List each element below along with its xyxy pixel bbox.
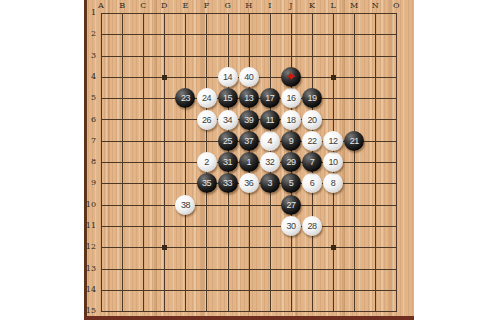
- move-number: 39: [244, 110, 253, 130]
- star-point: [331, 75, 336, 80]
- board-cell[interactable]: [312, 269, 333, 290]
- column-label: G: [218, 0, 238, 11]
- board-cell[interactable]: [270, 13, 291, 34]
- column-label: B: [112, 0, 132, 11]
- board-cell[interactable]: [101, 205, 122, 226]
- board-cell[interactable]: [206, 290, 227, 311]
- move-number: 1: [246, 152, 251, 172]
- stone-black-35[interactable]: 35: [197, 173, 217, 193]
- stone-white-2[interactable]: 2: [197, 152, 217, 172]
- stone-white-20[interactable]: 20: [302, 110, 322, 130]
- column-label: K: [302, 0, 322, 11]
- column-label: O: [386, 0, 406, 11]
- stone-black-29[interactable]: 29: [281, 152, 301, 172]
- move-number: 36: [244, 173, 253, 193]
- move-number: 29: [286, 152, 295, 172]
- board-cell[interactable]: [143, 141, 164, 162]
- row-label: 3: [85, 51, 96, 61]
- board-cell[interactable]: [143, 205, 164, 226]
- stone-black-31[interactable]: 31: [218, 152, 238, 172]
- goban: ABCDEFGHIJKLMNO 123456789101112131415 12…: [84, 0, 414, 320]
- board-cell[interactable]: [249, 226, 270, 247]
- column-label: I: [260, 0, 280, 11]
- board-cell[interactable]: [185, 56, 206, 77]
- board-cell[interactable]: [143, 226, 164, 247]
- board-cell[interactable]: [312, 290, 333, 311]
- board-cell[interactable]: [122, 162, 143, 183]
- board-cell[interactable]: [101, 13, 122, 34]
- move-number: 24: [202, 88, 211, 108]
- move-number: 20: [307, 110, 316, 130]
- move-number: 22: [307, 131, 316, 151]
- stone-white-30[interactable]: 30: [281, 216, 301, 236]
- stone-white-26[interactable]: 26: [197, 110, 217, 130]
- stone-white-40[interactable]: 40: [239, 67, 259, 87]
- move-number: 9: [289, 131, 294, 151]
- move-number: 11: [266, 110, 274, 130]
- board-cell[interactable]: [375, 247, 396, 268]
- stone-black-1[interactable]: 1: [239, 152, 259, 172]
- star-point: [162, 245, 167, 250]
- star-point: [162, 75, 167, 80]
- stone-black-25[interactable]: 25: [218, 131, 238, 151]
- board-cell[interactable]: [333, 226, 354, 247]
- board-cell[interactable]: [164, 34, 185, 55]
- board-cell[interactable]: [249, 34, 270, 55]
- board-cell[interactable]: [228, 269, 249, 290]
- board-cell[interactable]: [375, 205, 396, 226]
- row-label: 5: [85, 93, 96, 103]
- board-cell[interactable]: [333, 98, 354, 119]
- board-cell[interactable]: [375, 56, 396, 77]
- row-label: 13: [85, 264, 96, 274]
- board-cell[interactable]: [164, 56, 185, 77]
- board-cell[interactable]: [333, 247, 354, 268]
- board-cell[interactable]: [375, 162, 396, 183]
- board-cell[interactable]: [143, 269, 164, 290]
- board-cell[interactable]: [101, 98, 122, 119]
- column-label: N: [365, 0, 385, 11]
- column-label: J: [281, 0, 301, 11]
- board-cell[interactable]: [164, 13, 185, 34]
- board-cell[interactable]: [249, 247, 270, 268]
- board-cell[interactable]: [143, 290, 164, 311]
- stone-white-34[interactable]: 34: [218, 110, 238, 130]
- move-number: 38: [181, 195, 190, 215]
- board-cell[interactable]: [375, 226, 396, 247]
- move-number: 32: [265, 152, 274, 172]
- column-label: H: [239, 0, 259, 11]
- move-number: 3: [268, 173, 273, 193]
- column-label: E: [175, 0, 195, 11]
- board-cell[interactable]: [185, 226, 206, 247]
- move-number: 27: [286, 195, 295, 215]
- move-number: 30: [286, 216, 295, 236]
- move-number: 12: [329, 131, 338, 151]
- board-cell[interactable]: [354, 226, 375, 247]
- board-cell[interactable]: [354, 269, 375, 290]
- board-cell[interactable]: [249, 205, 270, 226]
- board-cell[interactable]: [185, 247, 206, 268]
- move-number: 31: [223, 152, 232, 172]
- board-cell[interactable]: [143, 183, 164, 204]
- stone-white-4[interactable]: 4: [260, 131, 280, 151]
- board-cell[interactable]: [122, 34, 143, 55]
- board-cell[interactable]: [270, 269, 291, 290]
- board-cell[interactable]: [312, 247, 333, 268]
- board-cell[interactable]: [122, 247, 143, 268]
- board-cell[interactable]: [185, 269, 206, 290]
- board-cell[interactable]: [375, 141, 396, 162]
- board-cell[interactable]: [312, 56, 333, 77]
- row-label: 14: [85, 285, 96, 295]
- board-cell[interactable]: [206, 13, 227, 34]
- move-number: 15: [223, 88, 232, 108]
- move-number: 10: [329, 152, 338, 172]
- board-cell[interactable]: [354, 183, 375, 204]
- board-cell[interactable]: [206, 247, 227, 268]
- board-cell[interactable]: [101, 226, 122, 247]
- board-cell[interactable]: [375, 13, 396, 34]
- board-cell[interactable]: [354, 34, 375, 55]
- move-number: 6: [310, 173, 315, 193]
- stone-black-37[interactable]: 37: [239, 131, 259, 151]
- board-cell[interactable]: [375, 290, 396, 311]
- board-cell[interactable]: [375, 183, 396, 204]
- board-cell[interactable]: [375, 98, 396, 119]
- row-label: 8: [85, 157, 96, 167]
- stone-white-36[interactable]: 36: [239, 173, 259, 193]
- board-cell[interactable]: [333, 205, 354, 226]
- column-label: L: [323, 0, 343, 11]
- move-number: 25: [223, 131, 232, 151]
- stone-black-17[interactable]: 17: [260, 88, 280, 108]
- stone-white-16[interactable]: 16: [281, 88, 301, 108]
- board-cell[interactable]: [122, 98, 143, 119]
- gomoku-app: ABCDEFGHIJKLMNO 123456789101112131415 12…: [0, 0, 480, 320]
- stone-black-33[interactable]: 33: [218, 173, 238, 193]
- board-cell[interactable]: [164, 162, 185, 183]
- board-cell[interactable]: [354, 77, 375, 98]
- board-cell[interactable]: [312, 13, 333, 34]
- board-cell[interactable]: [228, 290, 249, 311]
- board-cell[interactable]: [291, 269, 312, 290]
- board-cell[interactable]: [101, 141, 122, 162]
- board-cell[interactable]: [122, 269, 143, 290]
- move-number: 23: [181, 88, 190, 108]
- board-cell[interactable]: [333, 77, 354, 98]
- board-cell[interactable]: [185, 34, 206, 55]
- move-number: 4: [268, 131, 273, 151]
- board-cell[interactable]: [143, 56, 164, 77]
- board-cell[interactable]: [228, 247, 249, 268]
- board-cell[interactable]: [122, 77, 143, 98]
- last-move-marker-icon: ✦: [285, 67, 296, 87]
- row-label: 11: [85, 221, 96, 231]
- board-cell[interactable]: [143, 162, 164, 183]
- board-cell[interactable]: [206, 269, 227, 290]
- board-cell[interactable]: [354, 13, 375, 34]
- stone-black-21[interactable]: 21: [344, 131, 364, 151]
- move-number: 8: [331, 173, 336, 193]
- board-cell[interactable]: [122, 290, 143, 311]
- stone-white-32[interactable]: 32: [260, 152, 280, 172]
- move-number: 13: [244, 88, 253, 108]
- board-bottom-edge: [84, 316, 414, 320]
- board-cell[interactable]: [228, 205, 249, 226]
- board-cell[interactable]: [122, 141, 143, 162]
- board-cell[interactable]: [101, 247, 122, 268]
- row-label: 1: [85, 8, 96, 18]
- board-cell[interactable]: [354, 56, 375, 77]
- move-number: 35: [202, 173, 211, 193]
- board-cell[interactable]: [122, 205, 143, 226]
- stone-black-15[interactable]: 15: [218, 88, 238, 108]
- board-cell[interactable]: [291, 290, 312, 311]
- board-cell[interactable]: [101, 56, 122, 77]
- stone-white-38[interactable]: 38: [175, 195, 195, 215]
- column-label: C: [133, 0, 153, 11]
- board-cell[interactable]: [143, 77, 164, 98]
- board-cell[interactable]: [354, 162, 375, 183]
- board-cell[interactable]: [101, 34, 122, 55]
- board-cell[interactable]: [228, 34, 249, 55]
- board-cell[interactable]: [164, 247, 185, 268]
- stone-white-14[interactable]: 14: [218, 67, 238, 87]
- board-cell[interactable]: [228, 226, 249, 247]
- board-cell[interactable]: [143, 119, 164, 140]
- row-label: 6: [85, 115, 96, 125]
- move-number: 18: [286, 110, 295, 130]
- board-cell[interactable]: [185, 290, 206, 311]
- board-cell[interactable]: [354, 98, 375, 119]
- board-cell[interactable]: [333, 269, 354, 290]
- row-label: 9: [85, 178, 96, 188]
- board-cell[interactable]: [143, 98, 164, 119]
- column-label: M: [344, 0, 364, 11]
- row-label: 12: [85, 242, 96, 252]
- star-point: [331, 245, 336, 250]
- move-number: 26: [202, 110, 211, 130]
- board-cell[interactable]: [101, 162, 122, 183]
- board-cell[interactable]: [101, 183, 122, 204]
- board-cell[interactable]: [143, 13, 164, 34]
- stone-white-28[interactable]: 28: [302, 216, 322, 236]
- stone-black-11[interactable]: 11: [260, 110, 280, 130]
- stone-black-7[interactable]: 7: [302, 152, 322, 172]
- board-cell[interactable]: [333, 34, 354, 55]
- board-cell[interactable]: [249, 269, 270, 290]
- board-cell[interactable]: [164, 119, 185, 140]
- move-number: 19: [307, 88, 316, 108]
- stone-white-22[interactable]: 22: [302, 131, 322, 151]
- board-cell[interactable]: [312, 34, 333, 55]
- row-label: 2: [85, 29, 96, 39]
- stone-black-13[interactable]: 13: [239, 88, 259, 108]
- board-cell[interactable]: [354, 205, 375, 226]
- board-cell[interactable]: [375, 119, 396, 140]
- move-number: 37: [244, 131, 253, 151]
- row-label: 4: [85, 72, 96, 82]
- move-number: 14: [223, 67, 232, 87]
- row-label: 7: [85, 136, 96, 146]
- move-number: 7: [310, 152, 315, 172]
- move-number: 40: [244, 67, 253, 87]
- move-number: 17: [265, 88, 274, 108]
- move-number: 2: [204, 152, 209, 172]
- board-cell[interactable]: [206, 226, 227, 247]
- board-cell[interactable]: [270, 247, 291, 268]
- stone-white-24[interactable]: 24: [197, 88, 217, 108]
- board-cell[interactable]: [164, 269, 185, 290]
- stone-black-27[interactable]: 27: [281, 195, 301, 215]
- board-cell[interactable]: [291, 13, 312, 34]
- move-number: 5: [289, 173, 294, 193]
- stone-black-9[interactable]: 9: [281, 131, 301, 151]
- board-cell[interactable]: [206, 205, 227, 226]
- stone-black-39[interactable]: 39: [239, 110, 259, 130]
- board-cell[interactable]: [164, 141, 185, 162]
- move-number: 33: [223, 173, 232, 193]
- board-cell[interactable]: [333, 56, 354, 77]
- board-cell[interactable]: [122, 226, 143, 247]
- board-cell[interactable]: [249, 290, 270, 311]
- board-cell[interactable]: [122, 13, 143, 34]
- board-cell[interactable]: [164, 226, 185, 247]
- move-number: 16: [286, 88, 295, 108]
- board-cell[interactable]: [101, 269, 122, 290]
- stone-white-12[interactable]: 12: [323, 131, 343, 151]
- board-cell[interactable]: [291, 247, 312, 268]
- board-cell[interactable]: [101, 77, 122, 98]
- column-label: F: [197, 0, 217, 11]
- board-cell[interactable]: [185, 13, 206, 34]
- move-number: 34: [223, 110, 232, 130]
- board-cell[interactable]: [249, 13, 270, 34]
- board-cell[interactable]: [206, 34, 227, 55]
- board-cell[interactable]: [354, 290, 375, 311]
- board-cell[interactable]: [291, 34, 312, 55]
- board-cell[interactable]: [122, 119, 143, 140]
- move-number: 21: [350, 131, 359, 151]
- board-cell[interactable]: [354, 247, 375, 268]
- board-cell[interactable]: [143, 34, 164, 55]
- board-cell[interactable]: [228, 13, 249, 34]
- column-label: D: [154, 0, 174, 11]
- board-cell[interactable]: [375, 34, 396, 55]
- board-cell[interactable]: [101, 290, 122, 311]
- board-cell[interactable]: [101, 119, 122, 140]
- row-label: 10: [85, 200, 96, 210]
- board-cell[interactable]: [270, 34, 291, 55]
- board-cell[interactable]: [333, 13, 354, 34]
- board-cell[interactable]: [375, 269, 396, 290]
- stone-black-41[interactable]: ✦: [281, 67, 301, 87]
- board-cell[interactable]: [122, 56, 143, 77]
- row-label: 15: [85, 306, 96, 316]
- board-cell[interactable]: [143, 247, 164, 268]
- board-cell[interactable]: [122, 183, 143, 204]
- board-cell[interactable]: [164, 290, 185, 311]
- stone-white-18[interactable]: 18: [281, 110, 301, 130]
- board-cell[interactable]: [270, 290, 291, 311]
- move-number: 28: [307, 216, 316, 236]
- board-cell[interactable]: [333, 290, 354, 311]
- board-cell[interactable]: [375, 77, 396, 98]
